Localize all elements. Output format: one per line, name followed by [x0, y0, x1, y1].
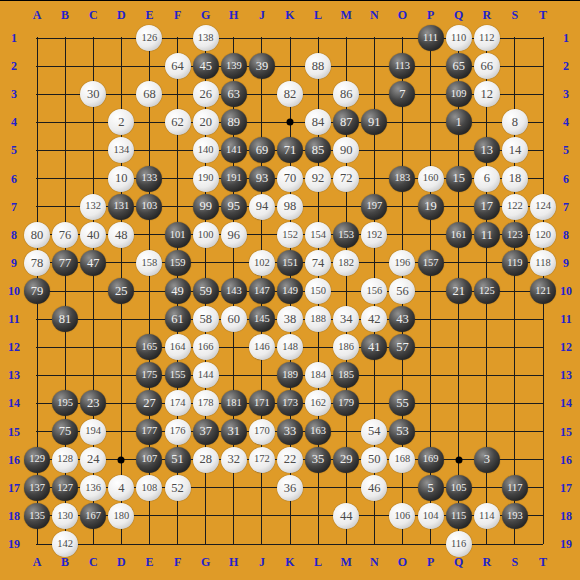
stone-white-L13: 184 — [305, 362, 331, 388]
stone-white-N8: 192 — [361, 222, 387, 248]
move-number: 12 — [481, 88, 494, 101]
stone-white-N11: 42 — [361, 306, 387, 332]
stone-white-C7: 132 — [80, 194, 106, 220]
col-label-bottom-G: G — [201, 555, 210, 570]
move-number: 123 — [507, 230, 523, 241]
stone-black-E7: 103 — [136, 194, 162, 220]
move-number: 31 — [228, 425, 241, 438]
move-number: 116 — [451, 539, 466, 550]
move-number: 99 — [199, 200, 212, 213]
stone-white-C3: 30 — [80, 81, 106, 107]
hoshi-point-K4 — [287, 119, 294, 126]
move-number: 6 — [484, 172, 490, 185]
move-number: 95 — [228, 200, 241, 213]
move-number: 69 — [256, 144, 269, 157]
col-label-top-R: R — [482, 8, 491, 23]
stone-black-S8: 123 — [502, 222, 528, 248]
stone-white-N17: 46 — [361, 475, 387, 501]
move-number: 139 — [226, 61, 242, 72]
row-label-right-9: 9 — [563, 255, 569, 270]
col-label-top-D: D — [117, 8, 126, 23]
move-number: 158 — [142, 258, 158, 269]
move-number: 58 — [199, 313, 212, 326]
stone-black-K13: 189 — [277, 362, 303, 388]
stone-white-L6: 92 — [305, 166, 331, 192]
move-number: 162 — [310, 398, 326, 409]
move-number: 49 — [171, 285, 184, 298]
move-number: 2 — [118, 116, 124, 129]
row-label-right-6: 6 — [563, 171, 569, 186]
stone-white-K11: 38 — [277, 306, 303, 332]
stone-white-L8: 154 — [305, 222, 331, 248]
stone-black-N4: 91 — [361, 109, 387, 135]
move-number: 165 — [142, 342, 158, 353]
stone-black-J10: 147 — [249, 278, 275, 304]
move-number: 122 — [507, 201, 523, 212]
move-number: 170 — [254, 426, 270, 437]
move-number: 145 — [254, 314, 270, 325]
stone-black-Q4: 1 — [446, 109, 472, 135]
stone-black-F11: 61 — [165, 306, 191, 332]
move-number: 86 — [340, 88, 353, 101]
move-number: 79 — [31, 285, 44, 298]
row-label-left-17: 17 — [8, 480, 20, 495]
stone-white-K12: 148 — [277, 334, 303, 360]
move-number: 102 — [254, 258, 270, 269]
move-number: 27 — [143, 397, 156, 410]
move-number: 11 — [481, 229, 493, 242]
move-number: 194 — [85, 426, 101, 437]
stone-white-N16: 50 — [361, 447, 387, 473]
move-number: 155 — [170, 370, 186, 381]
move-number: 119 — [507, 258, 522, 269]
row-label-right-12: 12 — [560, 340, 572, 355]
move-number: 82 — [284, 88, 297, 101]
stone-white-D5: 134 — [108, 137, 134, 163]
move-number: 10 — [115, 172, 128, 185]
stone-black-E13: 175 — [136, 362, 162, 388]
move-number: 30 — [87, 88, 100, 101]
move-number: 176 — [170, 426, 186, 437]
move-number: 138 — [198, 33, 214, 44]
move-number: 140 — [198, 145, 214, 156]
move-number: 52 — [171, 482, 184, 495]
stone-white-M6: 72 — [333, 166, 359, 192]
move-number: 160 — [423, 173, 439, 184]
stone-black-F16: 51 — [165, 447, 191, 473]
stone-white-D17: 4 — [108, 475, 134, 501]
move-number: 34 — [340, 313, 353, 326]
col-label-top-B: B — [61, 8, 69, 23]
stone-white-T8: 120 — [530, 222, 556, 248]
stone-black-Q8: 161 — [446, 222, 472, 248]
stone-black-C18: 167 — [80, 503, 106, 529]
stone-white-E17: 108 — [136, 475, 162, 501]
row-label-right-1: 1 — [563, 31, 569, 46]
move-number: 184 — [310, 370, 326, 381]
move-number: 45 — [199, 60, 212, 73]
row-label-left-1: 1 — [11, 31, 17, 46]
stone-white-R3: 12 — [474, 81, 500, 107]
stone-white-G3: 26 — [193, 81, 219, 107]
move-number: 173 — [282, 398, 298, 409]
move-number: 146 — [254, 342, 270, 353]
move-number: 177 — [142, 426, 158, 437]
stone-white-J12: 146 — [249, 334, 275, 360]
move-number: 141 — [226, 145, 242, 156]
move-number: 7 — [399, 88, 405, 101]
move-number: 57 — [396, 341, 409, 354]
stone-black-E12: 165 — [136, 334, 162, 360]
move-number: 118 — [535, 258, 550, 269]
move-number: 13 — [481, 144, 494, 157]
move-number: 38 — [284, 313, 297, 326]
row-label-right-19: 19 — [560, 537, 572, 552]
col-label-top-E: E — [145, 8, 153, 23]
stone-black-G10: 59 — [193, 278, 219, 304]
move-number: 126 — [142, 33, 158, 44]
stone-black-P1: 111 — [418, 25, 444, 51]
row-label-left-8: 8 — [11, 227, 17, 242]
stone-black-Q3: 109 — [446, 81, 472, 107]
stone-black-O14: 55 — [389, 390, 415, 416]
move-number: 39 — [256, 60, 269, 73]
row-label-right-18: 18 — [560, 508, 572, 523]
move-number: 74 — [312, 257, 325, 270]
stone-black-O11: 43 — [389, 306, 415, 332]
stone-black-J11: 145 — [249, 306, 275, 332]
col-label-bottom-T: T — [539, 555, 547, 570]
stone-white-D18: 180 — [108, 503, 134, 529]
stone-white-F17: 52 — [165, 475, 191, 501]
move-number: 195 — [57, 398, 73, 409]
stone-white-F14: 174 — [165, 390, 191, 416]
move-number: 185 — [338, 370, 354, 381]
stone-white-F4: 62 — [165, 109, 191, 135]
move-number: 5 — [427, 482, 433, 495]
col-label-top-G: G — [201, 8, 210, 23]
stone-white-K3: 82 — [277, 81, 303, 107]
stone-black-K15: 33 — [277, 419, 303, 445]
move-number: 108 — [142, 483, 158, 494]
move-number: 19 — [424, 200, 437, 213]
stone-white-G14: 178 — [193, 390, 219, 416]
go-board[interactable]: AABBCCDDEEFFGGHHJJKKLLMMNNOOPPQQRRSSTT11… — [0, 0, 580, 580]
stone-black-E14: 27 — [136, 390, 162, 416]
row-label-left-13: 13 — [8, 368, 20, 383]
stone-black-O15: 53 — [389, 419, 415, 445]
move-number: 107 — [142, 454, 158, 465]
stone-black-K10: 149 — [277, 278, 303, 304]
row-label-left-7: 7 — [11, 199, 17, 214]
move-number: 26 — [199, 88, 212, 101]
stone-white-P18: 104 — [418, 503, 444, 529]
stone-white-G11: 58 — [193, 306, 219, 332]
move-number: 44 — [340, 510, 353, 523]
row-label-left-11: 11 — [8, 312, 19, 327]
stone-white-G6: 190 — [193, 166, 219, 192]
move-number: 53 — [396, 425, 409, 438]
move-number: 54 — [368, 425, 381, 438]
row-label-right-8: 8 — [563, 227, 569, 242]
stone-white-S5: 14 — [502, 137, 528, 163]
stone-white-R1: 112 — [474, 25, 500, 51]
col-label-bottom-R: R — [482, 555, 491, 570]
move-number: 1 — [456, 116, 462, 129]
stone-black-K9: 151 — [277, 250, 303, 276]
move-number: 192 — [366, 230, 382, 241]
stone-black-Q6: 15 — [446, 166, 472, 192]
stone-white-L9: 74 — [305, 250, 331, 276]
move-number: 90 — [340, 144, 353, 157]
stone-black-B14: 195 — [52, 390, 78, 416]
move-number: 178 — [198, 398, 214, 409]
move-number: 159 — [170, 258, 186, 269]
move-number: 56 — [396, 285, 409, 298]
move-number: 120 — [535, 230, 551, 241]
row-label-left-18: 18 — [8, 508, 20, 523]
stone-white-L11: 188 — [305, 306, 331, 332]
move-number: 179 — [338, 398, 354, 409]
stone-black-O2: 113 — [389, 53, 415, 79]
move-number: 193 — [507, 511, 523, 522]
move-number: 106 — [395, 511, 411, 522]
move-number: 134 — [113, 145, 129, 156]
stone-black-G2: 45 — [193, 53, 219, 79]
row-label-left-4: 4 — [11, 115, 17, 130]
stone-black-M14: 179 — [333, 390, 359, 416]
hoshi-point-Q16 — [455, 456, 462, 463]
stone-white-T9: 118 — [530, 250, 556, 276]
stone-white-M3: 86 — [333, 81, 359, 107]
move-number: 114 — [479, 511, 494, 522]
move-number: 196 — [395, 258, 411, 269]
stone-black-S18: 193 — [502, 503, 528, 529]
stone-black-Q2: 65 — [446, 53, 472, 79]
stone-white-L10: 150 — [305, 278, 331, 304]
move-number: 125 — [479, 286, 495, 297]
stone-white-G8: 100 — [193, 222, 219, 248]
move-number: 189 — [282, 370, 298, 381]
move-number: 48 — [115, 229, 128, 242]
stone-black-A10: 79 — [24, 278, 50, 304]
move-number: 171 — [254, 398, 270, 409]
col-label-top-J: J — [259, 8, 265, 23]
stone-black-B17: 127 — [52, 475, 78, 501]
stone-white-C8: 40 — [80, 222, 106, 248]
move-number: 24 — [87, 453, 100, 466]
stone-black-G7: 99 — [193, 194, 219, 220]
col-label-top-F: F — [174, 8, 181, 23]
col-label-bottom-N: N — [370, 555, 379, 570]
stone-black-H2: 139 — [221, 53, 247, 79]
stone-white-S6: 18 — [502, 166, 528, 192]
stone-white-S4: 8 — [502, 109, 528, 135]
move-number: 127 — [57, 483, 73, 494]
stone-black-L15: 163 — [305, 419, 331, 445]
move-number: 153 — [338, 230, 354, 241]
stone-white-P6: 160 — [418, 166, 444, 192]
move-number: 186 — [338, 342, 354, 353]
move-number: 25 — [115, 285, 128, 298]
move-number: 70 — [284, 172, 297, 185]
move-number: 22 — [284, 453, 297, 466]
col-label-top-N: N — [370, 8, 379, 23]
stone-white-B18: 130 — [52, 503, 78, 529]
move-number: 20 — [199, 116, 212, 129]
row-label-right-15: 15 — [560, 424, 572, 439]
row-label-left-12: 12 — [8, 340, 20, 355]
move-number: 100 — [198, 230, 214, 241]
stone-white-E1: 126 — [136, 25, 162, 51]
move-number: 33 — [284, 425, 297, 438]
stone-black-K14: 173 — [277, 390, 303, 416]
move-number: 132 — [85, 201, 101, 212]
stone-white-M12: 186 — [333, 334, 359, 360]
move-number: 101 — [170, 230, 186, 241]
move-number: 91 — [368, 116, 381, 129]
move-number: 112 — [479, 33, 494, 44]
stone-white-H8: 96 — [221, 222, 247, 248]
move-number: 150 — [310, 286, 326, 297]
stone-white-O18: 106 — [389, 503, 415, 529]
move-number: 50 — [368, 453, 381, 466]
move-number: 18 — [509, 172, 522, 185]
move-number: 151 — [282, 258, 298, 269]
move-number: 157 — [423, 258, 439, 269]
stone-black-Q18: 115 — [446, 503, 472, 529]
stone-black-N7: 197 — [361, 194, 387, 220]
stone-white-S7: 122 — [502, 194, 528, 220]
move-number: 197 — [366, 201, 382, 212]
row-label-left-3: 3 — [11, 87, 17, 102]
stone-black-E15: 177 — [136, 419, 162, 445]
stone-black-G15: 37 — [193, 419, 219, 445]
stone-white-R6: 6 — [474, 166, 500, 192]
stone-black-L16: 35 — [305, 447, 331, 473]
move-number: 3 — [484, 453, 490, 466]
move-number: 130 — [57, 511, 73, 522]
stone-black-H5: 141 — [221, 137, 247, 163]
stone-black-T10: 121 — [530, 278, 556, 304]
stone-black-R7: 17 — [474, 194, 500, 220]
stone-black-C9: 47 — [80, 250, 106, 276]
stone-black-P16: 169 — [418, 447, 444, 473]
move-number: 166 — [198, 342, 214, 353]
row-label-left-19: 19 — [8, 537, 20, 552]
stone-white-D6: 10 — [108, 166, 134, 192]
stone-black-H14: 181 — [221, 390, 247, 416]
move-number: 163 — [310, 426, 326, 437]
move-number: 29 — [340, 453, 353, 466]
move-number: 167 — [85, 511, 101, 522]
move-number: 103 — [142, 201, 158, 212]
move-number: 36 — [284, 482, 297, 495]
row-label-left-5: 5 — [11, 143, 17, 158]
stone-black-E6: 133 — [136, 166, 162, 192]
move-number: 104 — [423, 511, 439, 522]
stone-black-J5: 69 — [249, 137, 275, 163]
move-number: 96 — [228, 229, 241, 242]
stone-white-N10: 156 — [361, 278, 387, 304]
move-number: 21 — [452, 285, 465, 298]
move-number: 17 — [481, 200, 494, 213]
stone-black-S17: 117 — [502, 475, 528, 501]
stone-white-H11: 60 — [221, 306, 247, 332]
stone-black-K5: 71 — [277, 137, 303, 163]
stone-black-H7: 95 — [221, 194, 247, 220]
move-number: 152 — [282, 230, 298, 241]
move-number: 72 — [340, 172, 353, 185]
row-label-right-10: 10 — [560, 284, 572, 299]
stone-black-A18: 135 — [24, 503, 50, 529]
stone-black-J6: 93 — [249, 166, 275, 192]
stone-black-L5: 85 — [305, 137, 331, 163]
stone-black-C14: 23 — [80, 390, 106, 416]
stone-black-R5: 13 — [474, 137, 500, 163]
row-label-right-13: 13 — [560, 368, 572, 383]
move-number: 93 — [256, 172, 269, 185]
col-label-bottom-H: H — [229, 555, 238, 570]
move-number: 23 — [87, 397, 100, 410]
stone-black-M16: 29 — [333, 447, 359, 473]
move-number: 81 — [59, 313, 72, 326]
stone-white-C17: 136 — [80, 475, 106, 501]
col-label-bottom-O: O — [398, 555, 407, 570]
move-number: 78 — [31, 257, 44, 270]
move-number: 168 — [395, 454, 411, 465]
move-number: 62 — [171, 116, 184, 129]
row-label-right-2: 2 — [563, 59, 569, 74]
move-number: 135 — [29, 511, 45, 522]
col-label-bottom-P: P — [427, 555, 434, 570]
stone-white-B16: 128 — [52, 447, 78, 473]
row-label-left-6: 6 — [11, 171, 17, 186]
stone-white-D8: 48 — [108, 222, 134, 248]
move-number: 88 — [312, 60, 325, 73]
col-label-top-H: H — [229, 8, 238, 23]
move-number: 149 — [282, 286, 298, 297]
stone-black-F9: 159 — [165, 250, 191, 276]
move-number: 147 — [254, 286, 270, 297]
col-label-bottom-A: A — [33, 555, 42, 570]
stone-white-L14: 162 — [305, 390, 331, 416]
stone-black-F8: 101 — [165, 222, 191, 248]
col-label-bottom-K: K — [285, 555, 294, 570]
move-number: 32 — [228, 453, 241, 466]
move-number: 144 — [198, 370, 214, 381]
col-label-top-A: A — [33, 8, 42, 23]
stone-black-H4: 89 — [221, 109, 247, 135]
move-number: 66 — [481, 60, 494, 73]
stone-black-O3: 7 — [389, 81, 415, 107]
stone-black-F13: 155 — [165, 362, 191, 388]
col-label-bottom-E: E — [145, 555, 153, 570]
move-number: 46 — [368, 482, 381, 495]
move-number: 136 — [85, 483, 101, 494]
stone-white-F12: 164 — [165, 334, 191, 360]
move-number: 172 — [254, 454, 270, 465]
move-number: 15 — [452, 172, 465, 185]
stone-white-C16: 24 — [80, 447, 106, 473]
row-label-left-15: 15 — [8, 424, 20, 439]
move-number: 181 — [226, 398, 242, 409]
stone-white-G1: 138 — [193, 25, 219, 51]
move-number: 117 — [507, 483, 522, 494]
stone-white-O10: 56 — [389, 278, 415, 304]
col-label-bottom-J: J — [259, 555, 265, 570]
move-number: 51 — [171, 453, 184, 466]
